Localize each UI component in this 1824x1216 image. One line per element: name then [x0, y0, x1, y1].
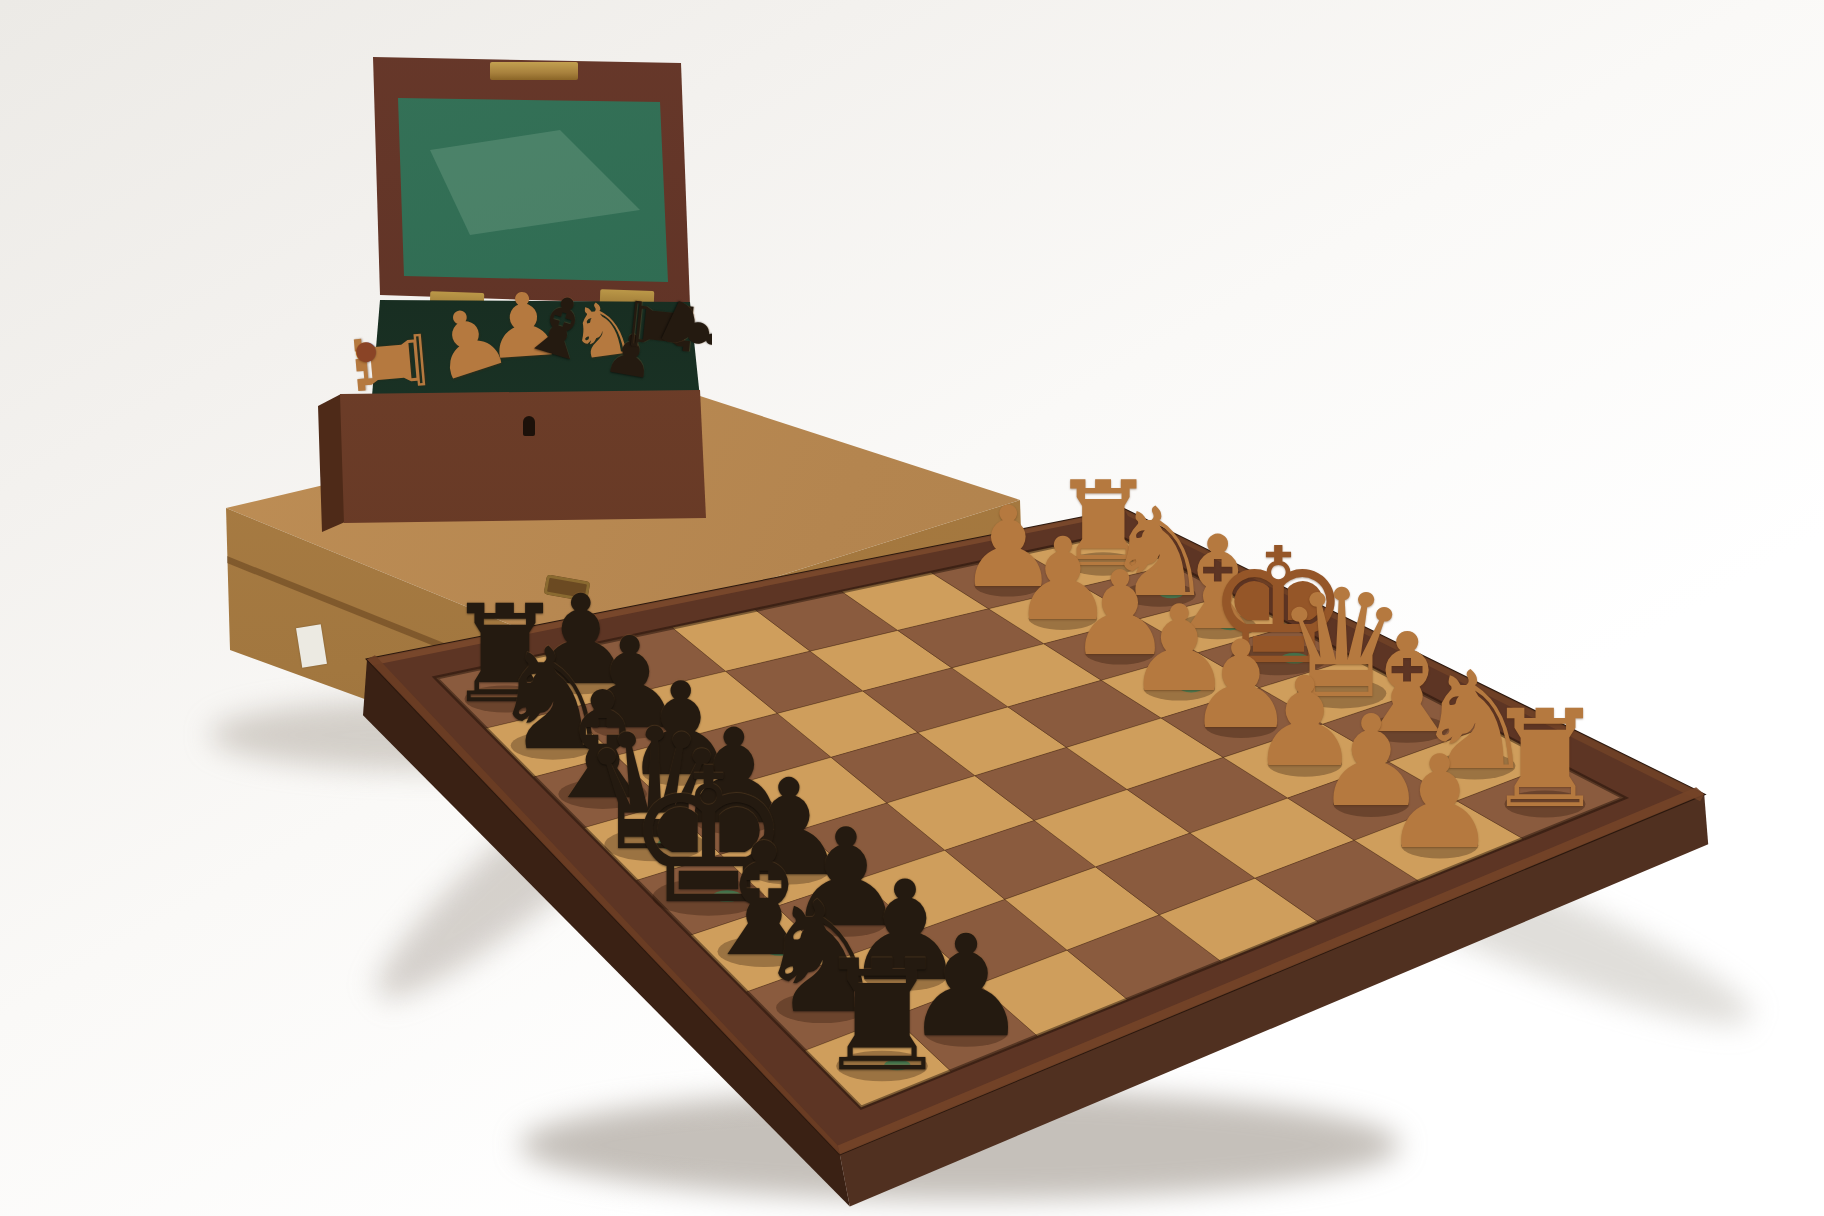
chess-pieces-layer: ♜♟♞♟♝♟♚♟♟♛♜♟♟♝♞♟♞♟♝♜♟♟♛♟♟♚♟♝♟♞♟♜	[0, 0, 1824, 1216]
piece-white-pawn-h2: ♟	[1382, 739, 1497, 867]
piece-black-rook-h8: ♜	[813, 940, 950, 1093]
photo-of-chess-set: ♜●♟♟♝♞♟♜♟ ♜♟♞♟♝♟♚♟♟♛♜♟♟♝♞♟♞♟♝♜♟♟♛♟♟♚♟♝♟♞…	[0, 0, 1824, 1216]
piece-white-rook-h1: ♜	[1484, 692, 1605, 827]
